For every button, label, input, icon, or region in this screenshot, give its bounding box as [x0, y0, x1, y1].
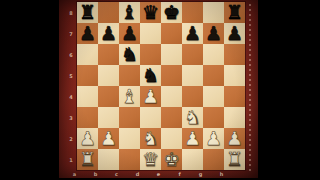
white-pawn[interactable]: ♟ — [184, 128, 201, 149]
square-e3[interactable] — [161, 107, 182, 128]
square-h3[interactable] — [224, 107, 245, 128]
bottom-black-strip — [59, 178, 258, 180]
square-a4[interactable] — [77, 86, 98, 107]
square-c1[interactable] — [119, 149, 140, 170]
black-pawn[interactable]: ♟ — [100, 23, 117, 44]
rank-label-1: 1 — [66, 149, 76, 170]
square-g1[interactable] — [203, 149, 224, 170]
square-d6[interactable] — [140, 44, 161, 65]
square-d5[interactable]: ♞ — [140, 65, 161, 86]
square-f1[interactable] — [182, 149, 203, 170]
rank-label-2: 2 — [66, 128, 76, 149]
white-pawn[interactable]: ♟ — [79, 128, 96, 149]
black-knight[interactable]: ♞ — [142, 65, 159, 86]
square-f6[interactable] — [182, 44, 203, 65]
square-a5[interactable] — [77, 65, 98, 86]
black-rook[interactable]: ♜ — [79, 2, 96, 23]
black-bishop[interactable]: ♝ — [121, 2, 138, 23]
square-e8[interactable]: ♚ — [161, 2, 182, 23]
white-queen[interactable]: ♛ — [142, 149, 159, 170]
white-king[interactable]: ♚ — [163, 149, 180, 170]
chess-board-frame: 87654321 ♜♝♛♚♜♟♟♟♟♟♟♞♞♝♟♞♟♟♞♟♟♟♜♛♚♜ abcd… — [59, 0, 258, 178]
square-b1[interactable] — [98, 149, 119, 170]
square-g2[interactable]: ♟ — [203, 128, 224, 149]
square-e2[interactable] — [161, 128, 182, 149]
square-b8[interactable] — [98, 2, 119, 23]
square-g8[interactable] — [203, 2, 224, 23]
square-h2[interactable]: ♟ — [224, 128, 245, 149]
square-b3[interactable] — [98, 107, 119, 128]
square-f7[interactable]: ♟ — [182, 23, 203, 44]
file-label-e: e — [148, 169, 169, 178]
square-e5[interactable] — [161, 65, 182, 86]
file-label-f: f — [169, 169, 190, 178]
square-b2[interactable]: ♟ — [98, 128, 119, 149]
square-a1[interactable]: ♜ — [77, 149, 98, 170]
rank-label-7: 7 — [66, 23, 76, 44]
square-g4[interactable] — [203, 86, 224, 107]
black-pawn[interactable]: ♟ — [226, 23, 243, 44]
rank-labels: 87654321 — [66, 2, 76, 170]
square-g5[interactable] — [203, 65, 224, 86]
square-d8[interactable]: ♛ — [140, 2, 161, 23]
black-queen[interactable]: ♛ — [142, 2, 159, 23]
square-b6[interactable] — [98, 44, 119, 65]
letterbox-right — [258, 0, 320, 180]
square-f4[interactable] — [182, 86, 203, 107]
chess-board[interactable]: ♜♝♛♚♜♟♟♟♟♟♟♞♞♝♟♞♟♟♞♟♟♟♜♛♚♜ — [77, 2, 245, 170]
white-pawn[interactable]: ♟ — [142, 86, 159, 107]
black-pawn[interactable]: ♟ — [121, 23, 138, 44]
file-label-h: h — [211, 169, 232, 178]
rank-label-6: 6 — [66, 44, 76, 65]
white-bishop[interactable]: ♝ — [121, 86, 138, 107]
square-h6[interactable] — [224, 44, 245, 65]
square-b4[interactable] — [98, 86, 119, 107]
black-rook[interactable]: ♜ — [226, 2, 243, 23]
rank-label-5: 5 — [66, 65, 76, 86]
square-e7[interactable] — [161, 23, 182, 44]
square-f3[interactable]: ♞ — [182, 107, 203, 128]
square-a7[interactable]: ♟ — [77, 23, 98, 44]
square-c6[interactable]: ♞ — [119, 44, 140, 65]
square-a3[interactable] — [77, 107, 98, 128]
square-d3[interactable] — [140, 107, 161, 128]
white-rook[interactable]: ♜ — [79, 149, 96, 170]
white-knight[interactable]: ♞ — [184, 107, 201, 128]
square-a8[interactable]: ♜ — [77, 2, 98, 23]
square-a6[interactable] — [77, 44, 98, 65]
white-pawn[interactable]: ♟ — [100, 128, 117, 149]
file-label-g: g — [190, 169, 211, 178]
square-f5[interactable] — [182, 65, 203, 86]
square-b7[interactable]: ♟ — [98, 23, 119, 44]
black-pawn[interactable]: ♟ — [184, 23, 201, 44]
square-e1[interactable]: ♚ — [161, 149, 182, 170]
white-pawn[interactable]: ♟ — [226, 128, 243, 149]
square-d1[interactable]: ♛ — [140, 149, 161, 170]
square-e4[interactable] — [161, 86, 182, 107]
black-pawn[interactable]: ♟ — [79, 23, 96, 44]
rank-label-8: 8 — [66, 2, 76, 23]
square-h7[interactable]: ♟ — [224, 23, 245, 44]
white-rook[interactable]: ♜ — [226, 149, 243, 170]
square-b5[interactable] — [98, 65, 119, 86]
square-h5[interactable] — [224, 65, 245, 86]
file-label-d: d — [127, 169, 148, 178]
square-f2[interactable]: ♟ — [182, 128, 203, 149]
file-label-a: a — [64, 169, 85, 178]
square-d2[interactable]: ♞ — [140, 128, 161, 149]
square-h8[interactable]: ♜ — [224, 2, 245, 23]
letterbox-left — [0, 0, 59, 180]
black-pawn[interactable]: ♟ — [205, 23, 222, 44]
square-f8[interactable] — [182, 2, 203, 23]
square-e6[interactable] — [161, 44, 182, 65]
square-c5[interactable] — [119, 65, 140, 86]
square-a2[interactable]: ♟ — [77, 128, 98, 149]
square-d4[interactable]: ♟ — [140, 86, 161, 107]
white-knight[interactable]: ♞ — [142, 128, 159, 149]
black-knight[interactable]: ♞ — [121, 44, 138, 65]
square-g6[interactable] — [203, 44, 224, 65]
square-h1[interactable]: ♜ — [224, 149, 245, 170]
screenshot-stage: 87654321 ♜♝♛♚♜♟♟♟♟♟♟♞♞♝♟♞♟♟♞♟♟♟♜♛♚♜ abcd… — [0, 0, 320, 180]
square-g3[interactable] — [203, 107, 224, 128]
square-d7[interactable] — [140, 23, 161, 44]
file-label-c: c — [106, 169, 127, 178]
square-g7[interactable]: ♟ — [203, 23, 224, 44]
square-c2[interactable] — [119, 128, 140, 149]
file-labels: abcdefgh — [64, 169, 232, 178]
square-c7[interactable]: ♟ — [119, 23, 140, 44]
square-c3[interactable] — [119, 107, 140, 128]
right-border-ticks — [249, 4, 251, 172]
rank-label-4: 4 — [66, 86, 76, 107]
white-pawn[interactable]: ♟ — [205, 128, 222, 149]
black-king[interactable]: ♚ — [163, 2, 180, 23]
square-c4[interactable]: ♝ — [119, 86, 140, 107]
square-h4[interactable] — [224, 86, 245, 107]
square-c8[interactable]: ♝ — [119, 2, 140, 23]
rank-label-3: 3 — [66, 107, 76, 128]
file-label-b: b — [85, 169, 106, 178]
